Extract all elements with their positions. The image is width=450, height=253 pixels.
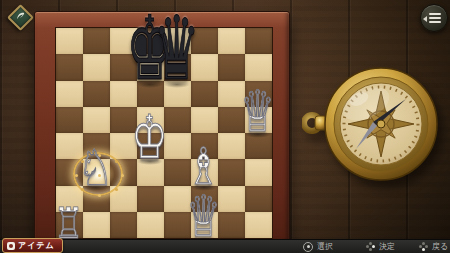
stick-icon: [303, 242, 313, 252]
square-g8[interactable]: [218, 28, 245, 54]
square-h1[interactable]: [245, 212, 272, 238]
square-d1[interactable]: [137, 212, 164, 238]
square-h7[interactable]: [245, 54, 272, 80]
square-a5[interactable]: [56, 107, 83, 133]
square-g7[interactable]: [218, 54, 245, 80]
game-screen: ♚♛♕♔♘♗♖♕ ア: [0, 0, 450, 253]
square-a8[interactable]: [56, 28, 83, 54]
white-queen-h5[interactable]: ♕: [231, 100, 285, 138]
leaf-icon: [15, 11, 26, 22]
square-f5[interactable]: [191, 107, 218, 133]
square-h8[interactable]: [245, 28, 272, 54]
square-h3[interactable]: [245, 159, 272, 185]
piece-glyph: ♘: [69, 143, 123, 193]
a-button-icon: [366, 242, 375, 251]
compass-item: [302, 66, 446, 186]
square-c1[interactable]: [110, 212, 137, 238]
confirm-hint-label: 決定: [379, 241, 395, 252]
piece-glyph: ♕: [231, 84, 285, 141]
square-b8[interactable]: [83, 28, 110, 54]
white-knight-b3[interactable]: ♘: [69, 151, 123, 191]
square-d2[interactable]: [137, 186, 164, 212]
collapse-arrow-icon: [423, 16, 427, 22]
piece-glyph: ♛: [150, 4, 204, 92]
b-button-icon: [419, 242, 428, 251]
square-h2[interactable]: [245, 186, 272, 212]
white-king-d4[interactable]: ♔: [123, 125, 177, 165]
white-queen-f1[interactable]: ♕: [177, 205, 231, 243]
confirm-hint: 決定: [366, 240, 395, 253]
piece-glyph: ♔: [123, 107, 177, 167]
square-a7[interactable]: [56, 54, 83, 80]
item-button[interactable]: アイテム: [2, 238, 63, 253]
square-b7[interactable]: [83, 54, 110, 80]
black-queen-e7[interactable]: ♛: [150, 36, 204, 88]
item-button-label: アイテム: [18, 240, 55, 251]
mode-emblem-icon[interactable]: [7, 4, 34, 31]
item-bag-icon: [7, 242, 15, 250]
bottom-bar: アイテム 選択 決定 戻る: [0, 239, 450, 253]
menu-icon[interactable]: [420, 4, 448, 32]
piece-glyph: ♕: [177, 189, 231, 246]
hamburger-lines-icon: [429, 13, 441, 15]
square-b5[interactable]: [83, 107, 110, 133]
chess-board-frame: ♚♛♕♔♘♗♖♕: [34, 11, 290, 244]
back-hint: 戻る: [419, 240, 448, 253]
square-b6[interactable]: [83, 81, 110, 107]
back-hint-label: 戻る: [432, 241, 448, 252]
select-hint-label: 選択: [317, 241, 333, 252]
square-a6[interactable]: [56, 81, 83, 107]
select-hint: 選択: [303, 240, 333, 253]
